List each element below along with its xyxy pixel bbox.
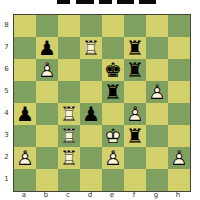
- square-d5[interactable]: [80, 81, 102, 103]
- square-e3[interactable]: ♚♔: [102, 125, 124, 147]
- piece-glyph: ♔: [102, 125, 124, 147]
- piece-glyph: ♜: [102, 81, 124, 103]
- square-b4[interactable]: [36, 103, 58, 125]
- piece-glyph: ♖: [58, 103, 80, 125]
- square-e1[interactable]: [102, 169, 124, 191]
- piece-glyph: ♙: [168, 147, 190, 169]
- square-d8[interactable]: [80, 15, 102, 37]
- file-label-c: c: [57, 191, 79, 200]
- file-label-e: e: [101, 191, 123, 200]
- white-pawn: ♟♙: [146, 81, 168, 103]
- square-f5[interactable]: [124, 81, 146, 103]
- square-g1[interactable]: [146, 169, 168, 191]
- square-b6[interactable]: ♟♙: [36, 59, 58, 81]
- square-b2[interactable]: [36, 147, 58, 169]
- rank-label-4: 4: [2, 102, 11, 124]
- rank-label-1: 1: [2, 168, 11, 190]
- white-rook: ♜♖: [80, 37, 102, 59]
- rank-label-6: 6: [2, 58, 11, 80]
- square-h3[interactable]: [168, 125, 190, 147]
- rank-label-7: 7: [2, 36, 11, 58]
- square-f8[interactable]: [124, 15, 146, 37]
- piece-glyph: ♙: [124, 103, 146, 125]
- square-c3[interactable]: ♜♖: [58, 125, 80, 147]
- square-a7[interactable]: [14, 37, 36, 59]
- square-c4[interactable]: ♜♖: [58, 103, 80, 125]
- square-h4[interactable]: [168, 103, 190, 125]
- square-a3[interactable]: [14, 125, 36, 147]
- white-pawn: ♟♙: [124, 103, 146, 125]
- square-a5[interactable]: [14, 81, 36, 103]
- white-pawn: ♟♙: [168, 147, 190, 169]
- white-king: ♚♔: [102, 125, 124, 147]
- square-e5[interactable]: ♜: [102, 81, 124, 103]
- piece-glyph: ♚: [102, 59, 124, 81]
- piece-glyph: ♟: [36, 37, 58, 59]
- cropped-caption-glyph-3: [117, 0, 134, 4]
- square-e8[interactable]: [102, 15, 124, 37]
- square-e6[interactable]: ♚: [102, 59, 124, 81]
- square-c7[interactable]: [58, 37, 80, 59]
- piece-glyph: ♜: [124, 37, 146, 59]
- piece-glyph: ♟: [80, 103, 102, 125]
- black-pawn: ♟: [80, 103, 102, 125]
- piece-glyph: ♜: [124, 125, 146, 147]
- file-label-f: f: [123, 191, 145, 200]
- white-rook: ♜♖: [58, 147, 80, 169]
- cropped-caption-glyph-4: [139, 0, 156, 4]
- chess-diagram: ♟♜♖♜♟♙♚♜♜♟♙♟♜♖♟♟♙♜♖♚♔♜♟♙♜♖♟♙♟♙ 87654321 …: [0, 0, 200, 200]
- piece-glyph: ♖: [58, 147, 80, 169]
- piece-glyph: ♜: [124, 59, 146, 81]
- square-h2[interactable]: ♟♙: [168, 147, 190, 169]
- black-king: ♚: [102, 59, 124, 81]
- square-b3[interactable]: [36, 125, 58, 147]
- square-f6[interactable]: ♜: [124, 59, 146, 81]
- rank-label-5: 5: [2, 80, 11, 102]
- rank-label-2: 2: [2, 146, 11, 168]
- file-label-d: d: [79, 191, 101, 200]
- white-rook: ♜♖: [58, 125, 80, 147]
- square-g5[interactable]: ♟♙: [146, 81, 168, 103]
- square-h8[interactable]: [168, 15, 190, 37]
- square-g3[interactable]: [146, 125, 168, 147]
- piece-glyph: ♙: [146, 81, 168, 103]
- white-rook: ♜♖: [58, 103, 80, 125]
- piece-glyph: ♖: [58, 125, 80, 147]
- square-b7[interactable]: ♟: [36, 37, 58, 59]
- square-d1[interactable]: [80, 169, 102, 191]
- file-label-b: b: [35, 191, 57, 200]
- square-a2[interactable]: ♟♙: [14, 147, 36, 169]
- square-d7[interactable]: ♜♖: [80, 37, 102, 59]
- square-f2[interactable]: [124, 147, 146, 169]
- square-e2[interactable]: ♟♙: [102, 147, 124, 169]
- square-h7[interactable]: [168, 37, 190, 59]
- square-f1[interactable]: [124, 169, 146, 191]
- square-a1[interactable]: [14, 169, 36, 191]
- square-d3[interactable]: [80, 125, 102, 147]
- piece-glyph: ♙: [14, 147, 36, 169]
- square-d6[interactable]: [80, 59, 102, 81]
- black-pawn: ♟: [14, 103, 36, 125]
- file-label-h: h: [167, 191, 189, 200]
- file-label-a: a: [13, 191, 35, 200]
- black-rook: ♜: [124, 125, 146, 147]
- square-b8[interactable]: [36, 15, 58, 37]
- square-b5[interactable]: [36, 81, 58, 103]
- white-pawn: ♟♙: [14, 147, 36, 169]
- cropped-caption-glyph-1: [76, 0, 94, 4]
- square-a6[interactable]: [14, 59, 36, 81]
- black-rook: ♜: [124, 59, 146, 81]
- square-a8[interactable]: [14, 15, 36, 37]
- black-rook: ♜: [124, 37, 146, 59]
- square-h1[interactable]: [168, 169, 190, 191]
- square-c1[interactable]: [58, 169, 80, 191]
- file-label-g: g: [145, 191, 167, 200]
- square-c8[interactable]: [58, 15, 80, 37]
- cropped-caption-glyph-0: [57, 0, 70, 4]
- square-d4[interactable]: ♟: [80, 103, 102, 125]
- piece-glyph: ♟: [14, 103, 36, 125]
- black-rook: ♜: [102, 81, 124, 103]
- square-c6[interactable]: [58, 59, 80, 81]
- square-f4[interactable]: ♟♙: [124, 103, 146, 125]
- square-f3[interactable]: ♜: [124, 125, 146, 147]
- square-c2[interactable]: ♜♖: [58, 147, 80, 169]
- square-g2[interactable]: [146, 147, 168, 169]
- white-pawn: ♟♙: [36, 59, 58, 81]
- square-a4[interactable]: ♟: [14, 103, 36, 125]
- chess-board: ♟♜♖♜♟♙♚♜♜♟♙♟♜♖♟♟♙♜♖♚♔♜♟♙♜♖♟♙♟♙: [13, 14, 191, 192]
- square-g8[interactable]: [146, 15, 168, 37]
- square-g7[interactable]: [146, 37, 168, 59]
- piece-glyph: ♙: [36, 59, 58, 81]
- rank-label-8: 8: [2, 14, 11, 36]
- square-g4[interactable]: [146, 103, 168, 125]
- square-c5[interactable]: [58, 81, 80, 103]
- square-d2[interactable]: [80, 147, 102, 169]
- rank-label-3: 3: [2, 124, 11, 146]
- square-h5[interactable]: [168, 81, 190, 103]
- piece-glyph: ♙: [102, 147, 124, 169]
- white-pawn: ♟♙: [102, 147, 124, 169]
- cropped-caption-glyph-2: [99, 0, 112, 4]
- black-pawn: ♟: [36, 37, 58, 59]
- square-e4[interactable]: [102, 103, 124, 125]
- square-e7[interactable]: [102, 37, 124, 59]
- piece-glyph: ♖: [80, 37, 102, 59]
- square-h6[interactable]: [168, 59, 190, 81]
- square-g6[interactable]: [146, 59, 168, 81]
- square-f7[interactable]: ♜: [124, 37, 146, 59]
- square-b1[interactable]: [36, 169, 58, 191]
